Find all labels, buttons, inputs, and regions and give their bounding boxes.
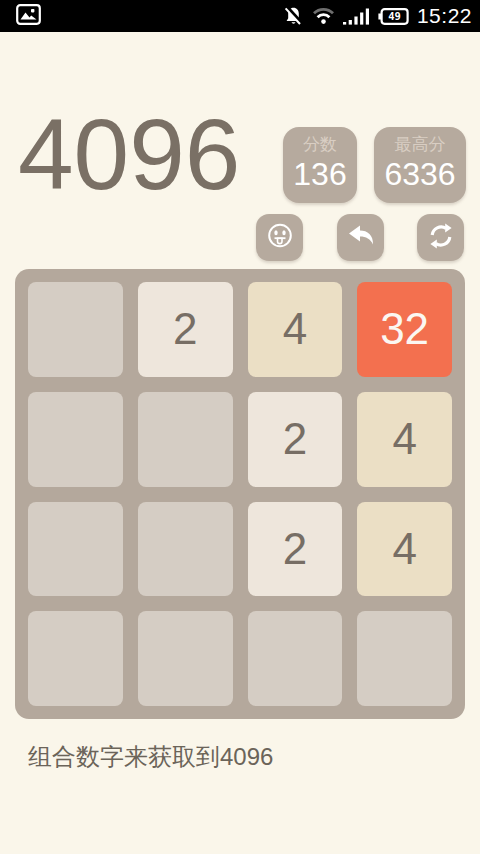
notifications-muted-icon — [283, 6, 304, 27]
empty-cell-r4c1 — [28, 611, 123, 706]
cheeky-face-icon — [266, 222, 294, 253]
undo-button[interactable] — [337, 214, 384, 261]
tile-2-r2c3: 2 — [248, 392, 343, 487]
score-label: 分数 — [303, 136, 337, 155]
best-score-value: 6336 — [384, 155, 455, 193]
empty-cell-r2c2 — [138, 392, 233, 487]
app-screen: 49 15:22 4096 分数 136 最高分 6336 — [0, 0, 480, 854]
best-score-label: 最高分 — [395, 136, 446, 155]
board[interactable]: 24322424 — [15, 269, 465, 719]
empty-cell-r4c3 — [248, 611, 343, 706]
score-box: 分数 136 — [283, 127, 357, 203]
refresh-icon — [427, 222, 455, 253]
screenshot-icon — [16, 4, 41, 29]
back-arrow-icon — [346, 223, 376, 252]
restart-button[interactable] — [417, 214, 464, 261]
empty-cell-r3c1 — [28, 502, 123, 597]
empty-cell-r2c1 — [28, 392, 123, 487]
score-value: 136 — [293, 155, 346, 193]
tile-4-r1c3: 4 — [248, 282, 343, 377]
wifi-icon — [312, 7, 335, 25]
goal-hint: 组合数字来获取到4096 — [28, 741, 273, 773]
tile-4-r3c4: 4 — [357, 502, 452, 597]
empty-cell-r4c4 — [357, 611, 452, 706]
tile-32-r1c4: 32 — [357, 282, 452, 377]
empty-cell-r4c2 — [138, 611, 233, 706]
tile-4-r2c4: 4 — [357, 392, 452, 487]
empty-cell-r1c1 — [28, 282, 123, 377]
emoji-mode-button[interactable] — [256, 214, 303, 261]
empty-cell-r3c2 — [138, 502, 233, 597]
signal-strength-icon — [343, 7, 370, 25]
clock-time: 15:22 — [417, 4, 472, 28]
tile-2-r3c3: 2 — [248, 502, 343, 597]
game-title: 4096 — [18, 104, 240, 204]
tile-2-r1c2: 2 — [138, 282, 233, 377]
battery-icon: 49 — [378, 8, 409, 25]
best-score-box: 最高分 6336 — [374, 127, 466, 203]
status-bar: 49 15:22 — [0, 0, 480, 32]
svg-text:49: 49 — [388, 10, 401, 22]
